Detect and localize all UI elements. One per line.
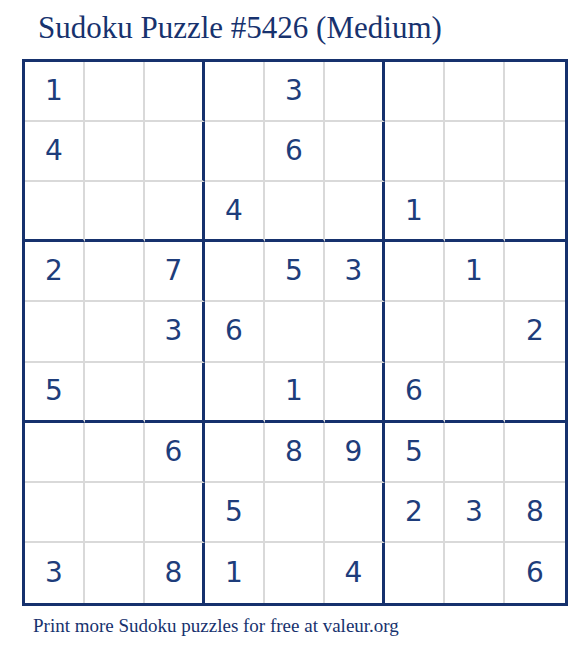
cell-r6c1: 5 <box>25 363 85 423</box>
cell-r2c3 <box>145 122 205 182</box>
cell-r3c7: 1 <box>385 182 445 242</box>
cell-r1c6 <box>325 62 385 122</box>
cell-r9c7 <box>385 543 445 603</box>
cell-r6c7: 6 <box>385 363 445 423</box>
cell-r4c4 <box>205 242 265 302</box>
sudoku-board: 134641275313625166895523838146 <box>22 59 568 606</box>
cell-r5c5 <box>265 302 325 362</box>
cell-r6c4 <box>205 363 265 423</box>
cell-r5c3: 3 <box>145 302 205 362</box>
cell-r7c3: 6 <box>145 423 205 483</box>
cell-r6c9 <box>505 363 565 423</box>
cell-r6c2 <box>85 363 145 423</box>
cell-r4c8: 1 <box>445 242 505 302</box>
cell-r3c8 <box>445 182 505 242</box>
cell-r4c1: 2 <box>25 242 85 302</box>
footer-note: Print more Sudoku puzzles for free at va… <box>33 615 399 637</box>
cell-r2c7 <box>385 122 445 182</box>
cell-r5c4: 6 <box>205 302 265 362</box>
cell-r3c2 <box>85 182 145 242</box>
cell-r2c9 <box>505 122 565 182</box>
cell-r1c9 <box>505 62 565 122</box>
page-title: Sudoku Puzzle #5426 (Medium) <box>38 10 442 46</box>
cell-r9c6: 4 <box>325 543 385 603</box>
cell-r8c4: 5 <box>205 483 265 543</box>
cell-r4c5: 5 <box>265 242 325 302</box>
cell-r2c1: 4 <box>25 122 85 182</box>
cell-r5c8 <box>445 302 505 362</box>
cell-r1c3 <box>145 62 205 122</box>
cell-r7c9 <box>505 423 565 483</box>
cell-r4c2 <box>85 242 145 302</box>
cell-r8c5 <box>265 483 325 543</box>
cell-r7c8 <box>445 423 505 483</box>
cell-r7c5: 8 <box>265 423 325 483</box>
cell-r3c6 <box>325 182 385 242</box>
cell-r9c2 <box>85 543 145 603</box>
cell-r9c4: 1 <box>205 543 265 603</box>
cell-r7c4 <box>205 423 265 483</box>
cell-r9c5 <box>265 543 325 603</box>
cell-r5c1 <box>25 302 85 362</box>
cell-r2c5: 6 <box>265 122 325 182</box>
cell-r2c8 <box>445 122 505 182</box>
cell-r1c8 <box>445 62 505 122</box>
cell-r5c9: 2 <box>505 302 565 362</box>
cell-r8c9: 8 <box>505 483 565 543</box>
cell-r3c4: 4 <box>205 182 265 242</box>
cell-r5c6 <box>325 302 385 362</box>
cell-r6c3 <box>145 363 205 423</box>
cell-r9c8 <box>445 543 505 603</box>
cell-r1c2 <box>85 62 145 122</box>
cell-r1c7 <box>385 62 445 122</box>
cell-r3c1 <box>25 182 85 242</box>
cell-r8c8: 3 <box>445 483 505 543</box>
cell-r3c3 <box>145 182 205 242</box>
cell-r6c8 <box>445 363 505 423</box>
cell-r7c2 <box>85 423 145 483</box>
cell-r7c6: 9 <box>325 423 385 483</box>
cell-r1c1: 1 <box>25 62 85 122</box>
cell-r3c5 <box>265 182 325 242</box>
cell-r8c6 <box>325 483 385 543</box>
cell-r1c4 <box>205 62 265 122</box>
cell-r8c2 <box>85 483 145 543</box>
cell-r6c5: 1 <box>265 363 325 423</box>
cell-r5c2 <box>85 302 145 362</box>
cell-r4c9 <box>505 242 565 302</box>
cell-r9c1: 3 <box>25 543 85 603</box>
cell-r8c7: 2 <box>385 483 445 543</box>
cell-r2c4 <box>205 122 265 182</box>
cell-r2c2 <box>85 122 145 182</box>
cell-r6c6 <box>325 363 385 423</box>
cell-r4c6: 3 <box>325 242 385 302</box>
cell-r8c1 <box>25 483 85 543</box>
cell-r3c9 <box>505 182 565 242</box>
cell-r2c6 <box>325 122 385 182</box>
cell-r9c9: 6 <box>505 543 565 603</box>
cell-r1c5: 3 <box>265 62 325 122</box>
cell-r4c3: 7 <box>145 242 205 302</box>
cell-r5c7 <box>385 302 445 362</box>
cell-r4c7 <box>385 242 445 302</box>
cell-r8c3 <box>145 483 205 543</box>
cell-r9c3: 8 <box>145 543 205 603</box>
cell-r7c7: 5 <box>385 423 445 483</box>
cell-r7c1 <box>25 423 85 483</box>
